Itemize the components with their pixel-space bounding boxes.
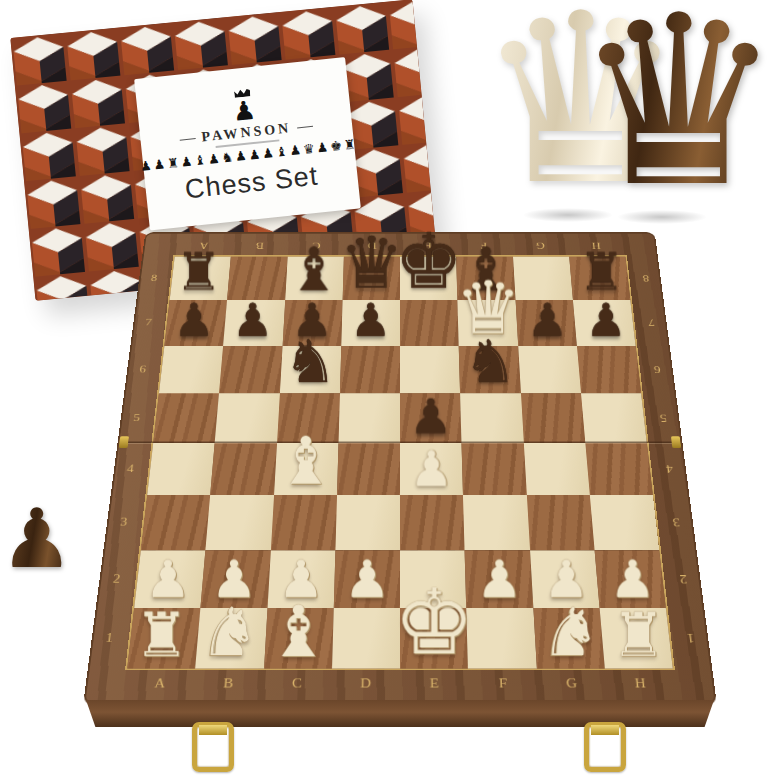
coordinate-label: 5	[650, 393, 677, 443]
square-f8: ♝	[456, 257, 515, 300]
square-b6	[219, 346, 282, 394]
coordinate-label: C	[262, 676, 332, 700]
square-g2: ♟	[530, 550, 600, 608]
square-d4	[337, 443, 400, 495]
square-e2	[400, 550, 466, 608]
square-a7: ♟	[164, 300, 227, 345]
square-d8: ♛	[342, 257, 400, 300]
board-grid: ♜♝♛♚♝♜♟♟♟♟♛♟♟♞♞♟♝♟♟♟♟♟♟♟♟♜♞♝♚♞♜	[125, 255, 675, 670]
crown-icon	[234, 88, 251, 98]
square-a4	[147, 443, 215, 495]
square-f5	[460, 393, 523, 443]
square-a2: ♟	[134, 550, 205, 608]
coordinate-label: 4	[116, 443, 144, 495]
coordinate-label: D	[344, 236, 400, 251]
square-c6: ♞	[279, 346, 341, 394]
square-g5	[521, 393, 586, 443]
coordinate-label: B	[193, 676, 263, 700]
coordinate-label: 1	[675, 608, 706, 669]
square-e3	[400, 495, 465, 550]
product-photo-chess-set: { "game": "chess", "position": { "fen": …	[0, 0, 775, 775]
square-g3	[526, 495, 594, 550]
coordinate-label: 6	[644, 346, 671, 394]
square-g8	[513, 257, 573, 300]
coordinate-label: E	[400, 236, 456, 251]
coordinate-label: H	[605, 676, 676, 700]
brass-latch-icon	[584, 722, 626, 772]
square-b1: ♞	[195, 608, 267, 669]
square-b4	[210, 443, 276, 495]
square-g7: ♟	[515, 300, 577, 345]
square-h5	[581, 393, 647, 443]
dark-queen-display: ♛	[573, 0, 775, 219]
square-g1: ♞	[533, 608, 605, 669]
coordinate-label: 1	[94, 608, 125, 669]
coordinate-label: 3	[662, 495, 691, 550]
square-b5	[215, 393, 280, 443]
square-c5	[277, 393, 340, 443]
board-frame: ABCDEFGH ABCDEFGH 12345678 12345678 ♜♝♛♚…	[83, 232, 717, 705]
square-f4	[462, 443, 527, 495]
square-h2: ♟	[594, 550, 665, 608]
square-a8: ♜	[170, 257, 231, 300]
square-c7: ♟	[282, 300, 342, 345]
square-h3	[590, 495, 660, 550]
square-b3	[206, 495, 274, 550]
square-h4	[585, 443, 653, 495]
square-e4: ♟	[400, 443, 463, 495]
square-c4: ♝	[274, 443, 339, 495]
square-f7: ♛	[458, 300, 518, 345]
square-a5	[153, 393, 219, 443]
square-f3	[463, 495, 529, 550]
coordinate-label: 3	[109, 495, 138, 550]
square-d3	[335, 495, 400, 550]
coordinate-label: F	[456, 236, 513, 251]
square-b2: ♟	[201, 550, 271, 608]
square-e1: ♚	[400, 608, 468, 669]
square-a3	[141, 495, 211, 550]
square-h8: ♜	[569, 257, 630, 300]
coordinate-label: 8	[633, 257, 658, 300]
coordinate-label: A	[124, 676, 195, 700]
coordinate-label: 2	[102, 550, 132, 608]
file-labels-bottom: ABCDEFGH	[124, 676, 677, 700]
square-f6: ♞	[459, 346, 521, 394]
coordinate-label: F	[468, 676, 538, 700]
square-e8: ♚	[400, 257, 458, 300]
square-f1	[466, 608, 536, 669]
square-h7: ♟	[573, 300, 636, 345]
coordinate-label: C	[288, 236, 345, 251]
square-e6	[400, 346, 460, 394]
coordinate-label: D	[331, 676, 400, 700]
black-pawn-loose: ♟	[0, 498, 74, 580]
coordinate-label: 2	[669, 550, 699, 608]
square-g4	[523, 443, 589, 495]
coordinate-label: H	[567, 236, 624, 251]
coordinate-label: 8	[141, 257, 166, 300]
chessboard: ABCDEFGH ABCDEFGH 12345678 12345678 ♜♝♛♚…	[83, 232, 717, 705]
square-d1	[332, 608, 400, 669]
square-c8: ♝	[285, 257, 344, 300]
coordinate-label: B	[232, 236, 289, 251]
square-d7: ♟	[341, 300, 400, 345]
coordinate-label: A	[175, 236, 232, 251]
square-h1: ♜	[599, 608, 672, 669]
square-a1: ♜	[127, 608, 200, 669]
square-c3	[270, 495, 336, 550]
file-labels-top: ABCDEFGH	[175, 236, 624, 251]
brass-latch-icon	[192, 722, 234, 772]
square-d6	[340, 346, 400, 394]
square-c1: ♝	[264, 608, 334, 669]
square-e5: ♟	[400, 393, 462, 443]
coordinate-label: E	[400, 676, 469, 700]
square-f2: ♟	[465, 550, 533, 608]
square-g6	[518, 346, 581, 394]
square-b8	[227, 257, 287, 300]
square-b7: ♟	[223, 300, 285, 345]
coordinate-label: 7	[135, 300, 161, 345]
square-a6	[159, 346, 223, 394]
square-c2: ♟	[267, 550, 335, 608]
coordinate-label: 4	[656, 443, 684, 495]
square-e7	[400, 300, 459, 345]
coordinate-label: 7	[639, 300, 665, 345]
coordinate-label: G	[511, 236, 568, 251]
coordinate-label: G	[537, 676, 607, 700]
square-d2: ♟	[334, 550, 400, 608]
square-h6	[577, 346, 641, 394]
hinge-icon	[119, 436, 129, 448]
square-d5	[338, 393, 400, 443]
coordinate-label: 6	[129, 346, 156, 394]
